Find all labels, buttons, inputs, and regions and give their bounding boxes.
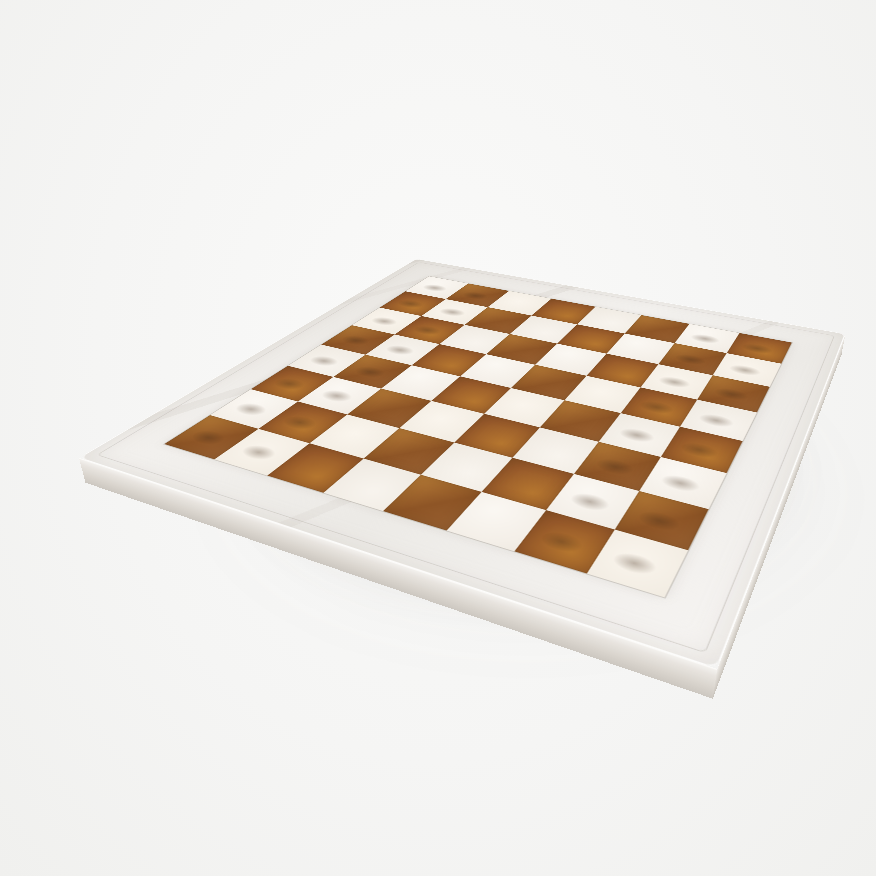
square-g6[interactable] (310, 414, 400, 458)
product-photo: Brown and white alabaster chess set on a… (0, 0, 876, 876)
square-h7[interactable]: ♟ (214, 429, 309, 476)
square-e4[interactable] (484, 388, 564, 427)
piece-contact-shadow (526, 523, 598, 562)
square-h2[interactable]: ♟ (514, 510, 614, 573)
scene-3d: ♜♟♟♜♞♟♟♞♝♟♟♝♛♟♟♛♚♟♟♚♝♟♟♝♞♟♟♞♜♟♟♜ (229, 106, 793, 670)
square-h4[interactable] (383, 475, 481, 531)
piece-contact-shadow (556, 485, 623, 519)
piece-contact-shadow (625, 503, 693, 539)
square-h5[interactable] (323, 459, 420, 512)
brown-pawn[interactable]: ♟ (225, 415, 314, 453)
square-g2[interactable]: ♟ (546, 474, 639, 530)
white-pawn[interactable]: ♟ (522, 492, 609, 543)
square-f6[interactable] (347, 389, 431, 429)
square-h6[interactable] (267, 443, 363, 493)
square-g1[interactable]: ♞ (615, 491, 709, 550)
square-f2[interactable]: ♟ (574, 442, 661, 491)
piece-contact-shadow (227, 438, 291, 466)
square-h1[interactable]: ♜ (587, 530, 688, 598)
square-f4[interactable] (454, 414, 540, 458)
square-g3[interactable] (482, 458, 574, 510)
piece-contact-shadow (177, 424, 239, 451)
square-g5[interactable] (364, 428, 455, 475)
piece-contact-shadow (583, 452, 646, 482)
square-g4[interactable] (421, 443, 513, 492)
white-rook[interactable]: ♜ (580, 502, 690, 564)
white-bishop[interactable]: ♝ (623, 431, 734, 484)
square-f5[interactable] (399, 401, 484, 443)
brown-rook[interactable]: ♜ (407, 161, 466, 292)
square-h3[interactable] (447, 492, 546, 551)
white-knight[interactable]: ♞ (603, 465, 714, 522)
chess-board: ♜♟♟♜♞♟♟♞♝♟♟♝♛♟♟♛♚♟♟♚♝♟♟♝♞♟♟♞♜♟♟♜ (79, 259, 846, 669)
piece-contact-shadow (598, 543, 671, 584)
piece-contact-shadow (648, 468, 712, 500)
